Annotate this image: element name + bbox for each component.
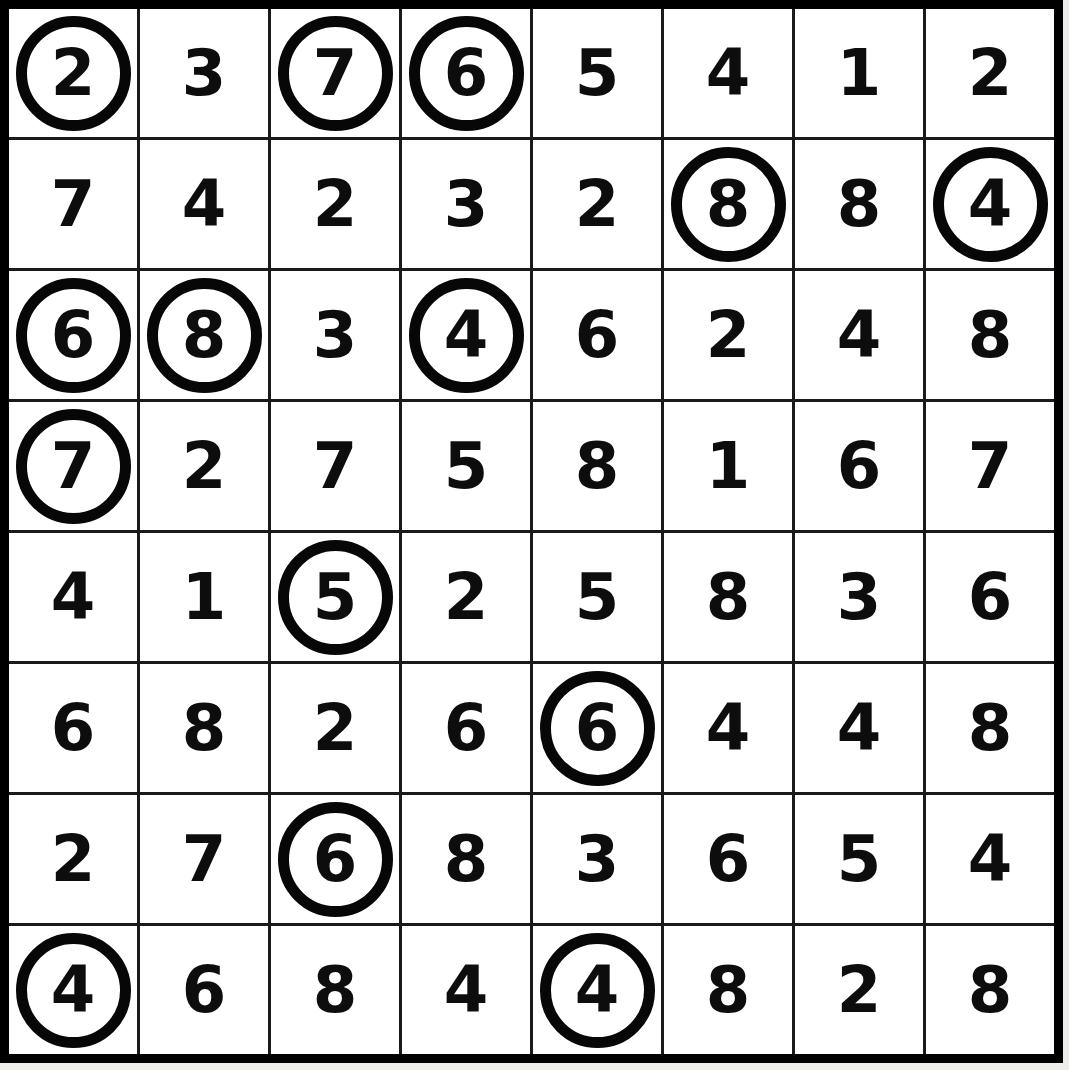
cell-r2c7[interactable]: 8 [795,140,923,268]
cell-r1c5[interactable]: 5 [533,9,661,137]
cell-number: 3 [182,41,227,105]
cell-number: 3 [313,303,358,367]
cell-number: 4 [575,958,620,1022]
cell-number: 4 [51,958,96,1022]
cell-r3c6[interactable]: 2 [664,271,792,399]
cell-number: 6 [968,565,1013,629]
cell-number: 7 [313,434,358,498]
cell-number: 6 [444,41,489,105]
cell-number: 3 [575,827,620,891]
cell-r7c4[interactable]: 8 [402,795,530,923]
cell-r3c8[interactable]: 8 [926,271,1054,399]
cell-r8c5[interactable]: 4 [533,926,661,1054]
cell-r6c7[interactable]: 4 [795,664,923,792]
cell-r5c8[interactable]: 6 [926,533,1054,661]
cell-r4c6[interactable]: 1 [664,402,792,530]
cell-number: 4 [837,303,882,367]
cell-r2c8[interactable]: 4 [926,140,1054,268]
cell-r4c5[interactable]: 8 [533,402,661,530]
cell-number: 4 [706,41,751,105]
cell-r2c5[interactable]: 2 [533,140,661,268]
cell-r4c3[interactable]: 7 [271,402,399,530]
cell-number: 5 [575,41,620,105]
cell-r8c6[interactable]: 8 [664,926,792,1054]
cell-r1c8[interactable]: 2 [926,9,1054,137]
cell-r7c8[interactable]: 4 [926,795,1054,923]
cell-r7c7[interactable]: 5 [795,795,923,923]
cell-r4c8[interactable]: 7 [926,402,1054,530]
cell-r3c2[interactable]: 8 [140,271,268,399]
cell-number: 4 [444,303,489,367]
cell-r5c1[interactable]: 4 [9,533,137,661]
cell-number: 7 [51,172,96,236]
cell-r5c2[interactable]: 1 [140,533,268,661]
cell-r6c6[interactable]: 4 [664,664,792,792]
cell-r5c3[interactable]: 5 [271,533,399,661]
cell-number: 7 [51,434,96,498]
cell-r8c8[interactable]: 8 [926,926,1054,1054]
hitori-board: 2376541274232884683462487275816741525836… [0,0,1063,1063]
cell-number: 5 [837,827,882,891]
cell-number: 6 [575,696,620,760]
cell-number: 4 [968,827,1013,891]
cell-number: 6 [51,303,96,367]
cell-number: 8 [444,827,489,891]
cell-r8c3[interactable]: 8 [271,926,399,1054]
cell-r3c1[interactable]: 6 [9,271,137,399]
cell-number: 2 [968,41,1013,105]
cell-r6c8[interactable]: 8 [926,664,1054,792]
cell-number: 2 [313,696,358,760]
cell-number: 2 [706,303,751,367]
cell-r7c3[interactable]: 6 [271,795,399,923]
cell-number: 6 [444,696,489,760]
cell-r7c5[interactable]: 3 [533,795,661,923]
cell-r4c7[interactable]: 6 [795,402,923,530]
cell-number: 6 [575,303,620,367]
cell-r4c2[interactable]: 2 [140,402,268,530]
cell-r2c1[interactable]: 7 [9,140,137,268]
cell-r2c4[interactable]: 3 [402,140,530,268]
cell-number: 2 [444,565,489,629]
cell-r2c3[interactable]: 2 [271,140,399,268]
cell-number: 1 [706,434,751,498]
cell-r2c2[interactable]: 4 [140,140,268,268]
cell-number: 8 [706,565,751,629]
cell-number: 6 [313,827,358,891]
cell-r8c7[interactable]: 2 [795,926,923,1054]
cell-r4c1[interactable]: 7 [9,402,137,530]
cell-r6c2[interactable]: 8 [140,664,268,792]
cell-number: 1 [837,41,882,105]
cell-number: 4 [182,172,227,236]
cell-r1c7[interactable]: 1 [795,9,923,137]
cell-number: 2 [575,172,620,236]
cell-r3c3[interactable]: 3 [271,271,399,399]
cell-number: 6 [51,696,96,760]
cell-number: 8 [182,303,227,367]
cell-number: 7 [182,827,227,891]
cell-number: 1 [182,565,227,629]
cell-number: 2 [313,172,358,236]
cell-number: 8 [968,696,1013,760]
cell-r2c6[interactable]: 8 [664,140,792,268]
cell-r6c4[interactable]: 6 [402,664,530,792]
cell-number: 4 [444,958,489,1022]
cell-number: 5 [313,565,358,629]
cell-r6c5[interactable]: 6 [533,664,661,792]
cell-r4c4[interactable]: 5 [402,402,530,530]
cell-r1c6[interactable]: 4 [664,9,792,137]
cell-number: 2 [51,41,96,105]
cell-number: 2 [182,434,227,498]
cell-r1c3[interactable]: 7 [271,9,399,137]
cell-r1c4[interactable]: 6 [402,9,530,137]
cell-r7c6[interactable]: 6 [664,795,792,923]
cell-r8c1[interactable]: 4 [9,926,137,1054]
cell-number: 8 [575,434,620,498]
cell-r5c6[interactable]: 8 [664,533,792,661]
cell-r3c4[interactable]: 4 [402,271,530,399]
cell-number: 5 [444,434,489,498]
cell-r8c2[interactable]: 6 [140,926,268,1054]
cell-number: 2 [51,827,96,891]
cell-number: 4 [837,696,882,760]
cell-number: 8 [837,172,882,236]
cell-number: 6 [837,434,882,498]
cell-r5c4[interactable]: 2 [402,533,530,661]
cell-r1c2[interactable]: 3 [140,9,268,137]
cell-number: 8 [313,958,358,1022]
cell-r1c1[interactable]: 2 [9,9,137,137]
cell-number: 6 [706,827,751,891]
cell-number: 7 [313,41,358,105]
cell-number: 8 [706,172,751,236]
cell-r5c7[interactable]: 3 [795,533,923,661]
cell-number: 8 [182,696,227,760]
cell-number: 8 [968,958,1013,1022]
cell-number: 6 [182,958,227,1022]
cell-number: 5 [575,565,620,629]
cell-r8c4[interactable]: 4 [402,926,530,1054]
cell-number: 3 [444,172,489,236]
cell-number: 4 [706,696,751,760]
cell-number: 3 [837,565,882,629]
cell-number: 8 [968,303,1013,367]
cell-r5c5[interactable]: 5 [533,533,661,661]
cell-r7c1[interactable]: 2 [9,795,137,923]
cell-r6c1[interactable]: 6 [9,664,137,792]
cell-number: 4 [51,565,96,629]
cell-number: 2 [837,958,882,1022]
cell-r3c7[interactable]: 4 [795,271,923,399]
cell-number: 4 [968,172,1013,236]
cell-r7c2[interactable]: 7 [140,795,268,923]
cell-number: 8 [706,958,751,1022]
cell-r3c5[interactable]: 6 [533,271,661,399]
cell-number: 7 [968,434,1013,498]
cell-r6c3[interactable]: 2 [271,664,399,792]
